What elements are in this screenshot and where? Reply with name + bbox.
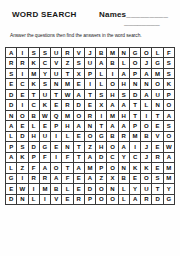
grid-cell: X [107, 174, 118, 184]
grid-cell: B [107, 58, 118, 68]
grid-cell: G [96, 132, 107, 142]
grid-cell: W [40, 111, 51, 121]
grid-cell: X [74, 69, 85, 79]
grid-cell: R [17, 58, 28, 68]
grid-cell: M [152, 69, 163, 79]
grid-cell: H [119, 79, 130, 89]
grid-cell: Z [17, 163, 28, 173]
grid-cell: C [17, 79, 28, 89]
grid-cell: G [152, 58, 163, 68]
grid-cell: T [152, 111, 163, 121]
grid-cell: A [119, 69, 130, 79]
grid-cell: L [29, 121, 40, 131]
grid-cell: G [130, 48, 141, 58]
grid-cell: X [96, 100, 107, 110]
grid-cell: D [130, 90, 141, 100]
grid-cell: E [74, 79, 85, 89]
grid-cell: N [152, 100, 163, 110]
grid-cell: M [62, 79, 73, 89]
grid-cell: A [6, 121, 17, 131]
grid-cell: B [107, 132, 118, 142]
grid-cell: M [40, 184, 51, 194]
grid-cell: B [119, 174, 130, 184]
grid-cell: U [85, 58, 96, 68]
grid-cell: R [62, 48, 73, 58]
grid-cell: N [119, 163, 130, 173]
grid-cell: F [62, 174, 73, 184]
grid-cell: R [141, 195, 152, 205]
grid-cell: Z [62, 58, 73, 68]
grid-cell: T [85, 90, 96, 100]
grid-cell: N [141, 79, 152, 89]
grid-cell: S [40, 48, 51, 58]
grid-cell: H [119, 111, 130, 121]
grid-cell: R [152, 153, 163, 163]
grid-cell: R [62, 100, 73, 110]
grid-cell: C [130, 153, 141, 163]
grid-cell: A [141, 69, 152, 79]
grid-cell: R [6, 58, 17, 68]
worksheet-page: WORD SEARCH Names_________ ________ Answ… [0, 0, 180, 256]
grid-cell: H [96, 142, 107, 152]
grid-cell: D [152, 195, 163, 205]
instructions-text: Answer the questions then find the answe… [10, 33, 142, 38]
grid-cell: T [62, 69, 73, 79]
grid-cell: V [74, 48, 85, 58]
grid-cell: T [74, 142, 85, 152]
grid-cell: T [130, 100, 141, 110]
grid-cell: I [141, 111, 152, 121]
grid-cell: O [164, 100, 175, 110]
grid-cell: N [107, 184, 118, 194]
grid-cell: I [40, 195, 51, 205]
grid-cell: E [130, 174, 141, 184]
grid-cell: F [40, 153, 51, 163]
grid-cell: K [164, 79, 175, 89]
grid-cell: L [119, 195, 130, 205]
grid-cell: P [130, 69, 141, 79]
grid-cell: L [62, 132, 73, 142]
grid-cell: Y [119, 153, 130, 163]
grid-cell: O [74, 111, 85, 121]
grid-cell: S [152, 174, 163, 184]
grid-cell: E [6, 184, 17, 194]
grid-cell: S [164, 121, 175, 131]
grid-cell: V [51, 58, 62, 68]
grid-cell: P [85, 69, 96, 79]
grid-cell: E [17, 121, 28, 131]
grid-cell: A [107, 121, 118, 131]
grid-cell: T [51, 90, 62, 100]
grid-cell: P [96, 163, 107, 173]
grid-cell: H [62, 121, 73, 131]
grid-cell: U [40, 90, 51, 100]
grid-cell: A [40, 163, 51, 173]
grid-cell: O [130, 58, 141, 68]
grid-cell: I [51, 132, 62, 142]
grid-cell: A [96, 58, 107, 68]
grid-cell: P [51, 121, 62, 131]
grid-cell: A [6, 153, 17, 163]
page-title: WORD SEARCH [12, 10, 77, 19]
grid-cell: A [119, 121, 130, 131]
grid-cell: W [17, 184, 28, 194]
grid-cell: O [85, 132, 96, 142]
grid-cell: K [29, 58, 40, 68]
grid-cell: C [40, 58, 51, 68]
grid-cell: A [119, 100, 130, 110]
grid-cell: P [164, 90, 175, 100]
grid-cell: U [152, 90, 163, 100]
grid-cell: P [130, 121, 141, 131]
grid-cell: W [164, 142, 175, 152]
grid-cell: I [107, 69, 118, 79]
grid-cell: C [29, 100, 40, 110]
grid-cell: S [74, 58, 85, 68]
grid-cell: D [6, 90, 17, 100]
grid-cell: N [62, 142, 73, 152]
grid-cell: E [85, 100, 96, 110]
grid-cell: N [130, 79, 141, 89]
grid-cell: N [85, 121, 96, 131]
grid-cell: E [17, 90, 28, 100]
grid-cell: Y [164, 184, 175, 194]
grid-cell: D [96, 153, 107, 163]
grid-cell: O [96, 184, 107, 194]
grid-cell: P [29, 153, 40, 163]
grid-cell: M [85, 163, 96, 173]
grid-cell: K [141, 163, 152, 173]
grid-cell: I [17, 100, 28, 110]
grid-cell: O [141, 121, 152, 131]
grid-cell: I [17, 174, 28, 184]
grid-cell: Q [51, 111, 62, 121]
grid-cell: L [29, 195, 40, 205]
grid-cell: V [51, 195, 62, 205]
grid-cell: O [141, 174, 152, 184]
grid-cell: M [107, 111, 118, 121]
grid-cell: R [29, 174, 40, 184]
grid-cell: T [96, 121, 107, 131]
grid-cell: A [85, 174, 96, 184]
grid-cell: R [74, 195, 85, 205]
grid-cell: S [164, 58, 175, 68]
grid-cell: I [51, 153, 62, 163]
grid-cell: L [96, 79, 107, 89]
grid-cell: E [152, 142, 163, 152]
grid-cell: O [96, 195, 107, 205]
grid-cell: V [152, 132, 163, 142]
grid-cell: C [107, 153, 118, 163]
grid-cell: K [29, 79, 40, 89]
grid-cell: A [119, 142, 130, 152]
grid-cell: A [164, 153, 175, 163]
grid-cell: Z [96, 174, 107, 184]
grid-cell: A [164, 111, 175, 121]
grid-cell: G [40, 142, 51, 152]
grid-cell: T [152, 184, 163, 194]
grid-cell: B [96, 48, 107, 58]
grid-cell: A [130, 195, 141, 205]
grid-cell: O [107, 195, 118, 205]
grid-cell: F [29, 163, 40, 173]
grid-cell: J [141, 153, 152, 163]
grid-cell: S [17, 142, 28, 152]
grid-cell: U [141, 184, 152, 194]
grid-cell: F [62, 153, 73, 163]
grid-cell: A [141, 90, 152, 100]
grid-cell: U [40, 132, 51, 142]
grid-cell: A [74, 90, 85, 100]
grid-cell: S [96, 90, 107, 100]
grid-cell: D [74, 100, 85, 110]
word-search-grid: AISSURVJBMNGOLFRRKCVZSUABLOJGSSIMYUTXPLI… [5, 47, 175, 205]
grid-cell: E [62, 195, 73, 205]
grid-cell: J [141, 142, 152, 152]
grid-cell: T [29, 90, 40, 100]
grid-cell: S [164, 69, 175, 79]
grid-cell: I [29, 184, 40, 194]
grid-cell: N [119, 48, 130, 58]
grid-cell: H [29, 132, 40, 142]
grid-cell: U [51, 48, 62, 58]
grid-cell: B [141, 132, 152, 142]
grid-cell: E [51, 142, 62, 152]
grid-cell: I [96, 111, 107, 121]
grid-cell: L [119, 184, 130, 194]
grid-cell: E [152, 121, 163, 131]
grid-cell: A [6, 48, 17, 58]
grid-cell: I [17, 48, 28, 58]
grid-cell: U [51, 69, 62, 79]
grid-cell: T [74, 153, 85, 163]
grid-cell: D [17, 132, 28, 142]
grid-cell: D [85, 184, 96, 194]
grid-cell: A [51, 174, 62, 184]
grid-cell: K [17, 153, 28, 163]
grid-cell: E [74, 132, 85, 142]
grid-cell: O [51, 163, 62, 173]
grid-cell: O [107, 142, 118, 152]
grid-cell: E [51, 100, 62, 110]
grid-cell: D [29, 142, 40, 152]
grid-cell: D [6, 100, 17, 110]
grid-cell: L [6, 132, 17, 142]
grid-cell: N [6, 111, 17, 121]
grid-cell: O [152, 79, 163, 89]
grid-cell: R [40, 174, 51, 184]
grid-cell: T [130, 111, 141, 121]
grid-cell: Y [130, 184, 141, 194]
grid-cell: P [6, 142, 17, 152]
grid-cell: L [62, 184, 73, 194]
grid-cell: O [164, 132, 175, 142]
grid-cell: A [107, 100, 118, 110]
grid-cell: T [62, 163, 73, 173]
grid-cell: L [141, 100, 152, 110]
grid-cell: K [130, 163, 141, 173]
grid-cell: Z [85, 142, 96, 152]
grid-cell: E [6, 79, 17, 89]
grid-cell: E [152, 163, 163, 173]
grid-cell: R [119, 132, 130, 142]
grid-cell: B [51, 184, 62, 194]
grid-cell: E [74, 184, 85, 194]
grid-cell: N [17, 195, 28, 205]
grid-cell: I [17, 69, 28, 79]
grid-cell: F [164, 48, 175, 58]
grid-cell: E [74, 174, 85, 184]
grid-cell: O [17, 111, 28, 121]
grid-cell: A [85, 153, 96, 163]
grid-cell: L [96, 69, 107, 79]
grid-cell: S [6, 69, 17, 79]
grid-cell: S [29, 48, 40, 58]
grid-cell: M [164, 174, 175, 184]
grid-cell: I [130, 142, 141, 152]
grid-cell: M [164, 163, 175, 173]
grid-cell: D [6, 195, 17, 205]
grid-cell: N [51, 79, 62, 89]
grid-cell: L [152, 48, 163, 58]
grid-cell: H [107, 90, 118, 100]
grid-cell: R [85, 111, 96, 121]
grid-cell: W [62, 90, 73, 100]
grid-cell: I [85, 79, 96, 89]
grid-cell: O [107, 79, 118, 89]
grid-cell: J [85, 48, 96, 58]
grid-cell: A [74, 163, 85, 173]
grid-cell: M [29, 69, 40, 79]
grid-cell: M [107, 48, 118, 58]
grid-cell: G [164, 195, 175, 205]
grid-cell: P [85, 195, 96, 205]
grid-cell: S [119, 90, 130, 100]
grid-cell: G [6, 174, 17, 184]
grid-cell: M [130, 132, 141, 142]
grid-cell: B [29, 111, 40, 121]
grid-cell: S [40, 79, 51, 89]
grid-cell: M [62, 111, 73, 121]
grid-cell: L [6, 163, 17, 173]
name-blank-line: ________ [124, 18, 160, 27]
grid-cell: A [74, 121, 85, 131]
grid-cell: K [40, 100, 51, 110]
grid-cell: O [141, 48, 152, 58]
grid-cell: J [141, 58, 152, 68]
grid-cell: L [119, 58, 130, 68]
grid-cell: E [40, 121, 51, 131]
grid-cell: O [107, 163, 118, 173]
grid-cell: Y [40, 69, 51, 79]
